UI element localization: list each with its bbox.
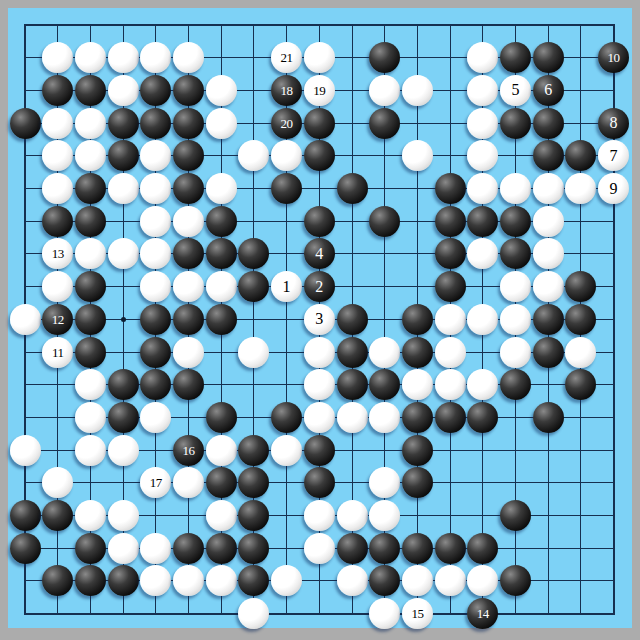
stone-black (402, 402, 433, 433)
stone-black (369, 369, 400, 400)
move-2-stone-black: 2 (304, 271, 335, 302)
move-number-label: 3 (315, 311, 323, 327)
stone-black (337, 173, 368, 204)
stone-black (369, 206, 400, 237)
stone-black (402, 435, 433, 466)
stone-black (75, 75, 106, 106)
stone-white (173, 271, 204, 302)
move-16-stone-black: 16 (173, 435, 204, 466)
stone-black (533, 402, 564, 433)
stone-white (140, 565, 171, 596)
stone-white (173, 337, 204, 368)
stone-black (435, 533, 466, 564)
stone-black (467, 533, 498, 564)
move-number-label: 14 (477, 607, 489, 620)
stone-black (206, 533, 237, 564)
stone-white (467, 42, 498, 73)
stone-black (140, 304, 171, 335)
stone-white (565, 173, 596, 204)
move-21-stone-white: 21 (271, 42, 302, 73)
move-4-stone-black: 4 (304, 238, 335, 269)
stone-white (402, 140, 433, 171)
stone-white (206, 75, 237, 106)
stone-white (108, 75, 139, 106)
stone-white (75, 42, 106, 73)
stone-black (238, 467, 269, 498)
stone-black (206, 467, 237, 498)
stone-white (206, 435, 237, 466)
stone-white (304, 337, 335, 368)
stone-black (533, 108, 564, 139)
stone-black (10, 500, 41, 531)
stone-black (75, 337, 106, 368)
stone-black (173, 304, 204, 335)
stone-white (533, 238, 564, 269)
move-number-label: 7 (610, 148, 618, 164)
move-number-label: 20 (281, 117, 293, 130)
stone-white (369, 500, 400, 531)
stone-white (435, 337, 466, 368)
stone-black (304, 108, 335, 139)
stone-white (140, 173, 171, 204)
stone-black (500, 238, 531, 269)
stone-black (337, 533, 368, 564)
stone-black (238, 565, 269, 596)
stone-white (42, 42, 73, 73)
stone-white (500, 304, 531, 335)
stone-white (369, 402, 400, 433)
stone-black (533, 337, 564, 368)
stone-black (108, 565, 139, 596)
stone-black (173, 238, 204, 269)
move-18-stone-black: 18 (271, 75, 302, 106)
stone-black (108, 108, 139, 139)
stone-black (206, 238, 237, 269)
stone-black (304, 206, 335, 237)
stone-black (75, 271, 106, 302)
move-9-stone-white: 9 (598, 173, 629, 204)
stone-black (42, 75, 73, 106)
move-number-label: 5 (512, 82, 520, 98)
stone-white (108, 42, 139, 73)
stone-black (565, 140, 596, 171)
stone-white (140, 206, 171, 237)
stone-black (173, 108, 204, 139)
stone-black (238, 500, 269, 531)
stone-white (238, 598, 269, 629)
stone-white (42, 467, 73, 498)
stone-white (206, 173, 237, 204)
stone-black (42, 565, 73, 596)
stone-white (108, 533, 139, 564)
stone-black (435, 271, 466, 302)
stone-white (369, 598, 400, 629)
stone-black (533, 42, 564, 73)
stone-white (271, 435, 302, 466)
move-number-label: 16 (183, 444, 195, 457)
stone-black (304, 467, 335, 498)
stone-black (402, 304, 433, 335)
stone-white (140, 402, 171, 433)
stone-white (369, 337, 400, 368)
screenshot-root: 211018195620879134121231116171514 (0, 0, 640, 640)
move-5-stone-white: 5 (500, 75, 531, 106)
stone-black (206, 206, 237, 237)
stone-white (565, 337, 596, 368)
stone-white (42, 140, 73, 171)
stone-white (337, 565, 368, 596)
stone-black (369, 108, 400, 139)
stone-white (206, 565, 237, 596)
stone-black (304, 140, 335, 171)
stone-black (75, 206, 106, 237)
stone-white (500, 271, 531, 302)
move-number-label: 8 (610, 115, 618, 131)
stone-white (173, 42, 204, 73)
move-13-stone-white: 13 (42, 238, 73, 269)
stone-white (402, 369, 433, 400)
move-12-stone-black: 12 (42, 304, 73, 335)
stone-black (402, 533, 433, 564)
stone-white (75, 140, 106, 171)
stone-white (10, 304, 41, 335)
stone-black (435, 173, 466, 204)
stone-black (304, 435, 335, 466)
stone-white (10, 435, 41, 466)
stone-black (108, 369, 139, 400)
stone-white (108, 238, 139, 269)
stone-white (304, 42, 335, 73)
grid-line-horizontal (24, 613, 615, 615)
stone-white (304, 533, 335, 564)
stone-white (75, 402, 106, 433)
stone-black (337, 337, 368, 368)
stone-black (500, 500, 531, 531)
stone-white (206, 500, 237, 531)
stone-black (565, 369, 596, 400)
stone-black (206, 402, 237, 433)
stone-white (140, 271, 171, 302)
stone-white (75, 369, 106, 400)
stone-white (108, 500, 139, 531)
stone-black (10, 108, 41, 139)
move-number-label: 18 (281, 84, 293, 97)
stone-white (467, 369, 498, 400)
stone-black (75, 565, 106, 596)
stone-white (467, 75, 498, 106)
move-number-label: 10 (608, 51, 620, 64)
stone-white (42, 108, 73, 139)
stone-black (75, 533, 106, 564)
stone-white (140, 42, 171, 73)
move-number-label: 12 (52, 313, 64, 326)
stone-white (42, 271, 73, 302)
stone-white (238, 337, 269, 368)
stone-black (10, 533, 41, 564)
stone-white (467, 304, 498, 335)
stone-white (402, 75, 433, 106)
stone-white (533, 271, 564, 302)
stone-white (238, 140, 269, 171)
move-17-stone-white: 17 (140, 467, 171, 498)
stone-black (565, 271, 596, 302)
stone-white (108, 435, 139, 466)
move-number-label: 4 (315, 246, 323, 262)
stone-black (75, 304, 106, 335)
stone-black (500, 108, 531, 139)
stone-black (238, 238, 269, 269)
stone-white (533, 206, 564, 237)
move-number-label: 6 (544, 82, 552, 98)
stone-white (435, 369, 466, 400)
star-point (121, 317, 126, 322)
stone-black (337, 304, 368, 335)
stone-white (173, 206, 204, 237)
move-19-stone-white: 19 (304, 75, 335, 106)
board-frame: 211018195620879134121231116171514 (0, 0, 640, 640)
stone-black (500, 565, 531, 596)
move-number-label: 17 (150, 476, 162, 489)
stone-black (271, 173, 302, 204)
stone-white (140, 238, 171, 269)
move-11-stone-white: 11 (42, 337, 73, 368)
stone-black (500, 206, 531, 237)
move-8-stone-black: 8 (598, 108, 629, 139)
stone-black (238, 271, 269, 302)
stone-black (337, 369, 368, 400)
stone-white (173, 467, 204, 498)
move-20-stone-black: 20 (271, 108, 302, 139)
move-3-stone-white: 3 (304, 304, 335, 335)
stone-white (467, 173, 498, 204)
stone-black (369, 565, 400, 596)
move-14-stone-black: 14 (467, 598, 498, 629)
stone-black (75, 173, 106, 204)
stone-black (467, 206, 498, 237)
stone-white (304, 369, 335, 400)
stone-white (369, 467, 400, 498)
stone-black (173, 533, 204, 564)
stone-black (206, 304, 237, 335)
stone-black (238, 435, 269, 466)
move-number-label: 2 (315, 279, 323, 295)
stone-white (533, 173, 564, 204)
stone-white (75, 108, 106, 139)
stone-white (140, 533, 171, 564)
stone-white (435, 565, 466, 596)
stone-white (75, 500, 106, 531)
stone-white (108, 173, 139, 204)
stone-black (108, 140, 139, 171)
stone-white (435, 304, 466, 335)
stone-white (271, 140, 302, 171)
stone-black (173, 75, 204, 106)
stone-black (140, 337, 171, 368)
stone-white (500, 173, 531, 204)
go-board: 211018195620879134121231116171514 (8, 8, 632, 628)
stone-white (467, 565, 498, 596)
stone-black (369, 533, 400, 564)
stone-black (42, 206, 73, 237)
stone-black (369, 42, 400, 73)
stone-black (402, 337, 433, 368)
stone-white (304, 402, 335, 433)
stone-black (402, 467, 433, 498)
stone-black (467, 402, 498, 433)
stone-black (140, 369, 171, 400)
move-number-label: 15 (411, 607, 423, 620)
move-6-stone-black: 6 (533, 75, 564, 106)
stone-black (533, 304, 564, 335)
move-15-stone-white: 15 (402, 598, 433, 629)
stone-black (238, 533, 269, 564)
stone-white (337, 402, 368, 433)
stone-black (565, 304, 596, 335)
stone-black (140, 75, 171, 106)
stone-black (500, 369, 531, 400)
stone-black (435, 206, 466, 237)
move-1-stone-white: 1 (271, 271, 302, 302)
stone-black (271, 402, 302, 433)
stone-black (500, 42, 531, 73)
stone-black (173, 369, 204, 400)
stone-white (75, 435, 106, 466)
stone-black (173, 173, 204, 204)
stone-black (435, 402, 466, 433)
stone-white (206, 108, 237, 139)
stone-black (533, 140, 564, 171)
stone-black (108, 402, 139, 433)
stone-white (304, 500, 335, 531)
stone-white (140, 140, 171, 171)
move-number-label: 9 (610, 181, 618, 197)
stone-white (500, 337, 531, 368)
move-number-label: 13 (52, 247, 64, 260)
move-number-label: 11 (52, 346, 64, 359)
stone-white (75, 238, 106, 269)
stone-white (467, 140, 498, 171)
stone-black (42, 500, 73, 531)
stone-white (173, 565, 204, 596)
move-number-label: 19 (313, 84, 325, 97)
move-10-stone-black: 10 (598, 42, 629, 73)
stone-white (369, 75, 400, 106)
stone-white (402, 565, 433, 596)
stone-black (435, 238, 466, 269)
move-number-label: 21 (281, 51, 293, 64)
stone-black (140, 108, 171, 139)
stone-white (206, 271, 237, 302)
stone-white (467, 238, 498, 269)
stone-white (271, 565, 302, 596)
stone-white (467, 108, 498, 139)
stone-white (337, 500, 368, 531)
move-number-label: 1 (283, 279, 291, 295)
stone-white (42, 173, 73, 204)
move-7-stone-white: 7 (598, 140, 629, 171)
stone-black (173, 140, 204, 171)
